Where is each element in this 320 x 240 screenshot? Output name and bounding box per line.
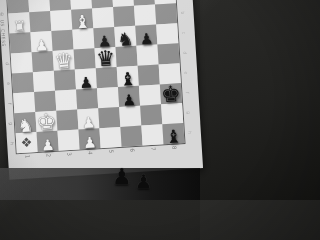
square-f7[interactable] bbox=[139, 84, 161, 105]
square-b6[interactable] bbox=[113, 6, 135, 27]
square-e2[interactable] bbox=[33, 71, 55, 92]
square-c5[interactable]: ♟ bbox=[93, 27, 115, 48]
white-queen-d3[interactable]: ♛ bbox=[54, 51, 74, 73]
rank-label-3: 3 bbox=[66, 143, 73, 164]
square-f8[interactable]: ♚ bbox=[160, 83, 182, 104]
captured-black-pawn[interactable]: ♟ bbox=[135, 172, 152, 191]
square-c8[interactable] bbox=[156, 23, 178, 44]
square-d8[interactable] bbox=[157, 43, 179, 64]
square-c7[interactable]: ♟ bbox=[135, 25, 157, 46]
compass-rose-logo: ❖ bbox=[20, 136, 32, 150]
table-surface bbox=[0, 168, 200, 200]
square-c3[interactable] bbox=[51, 30, 73, 51]
square-b8[interactable] bbox=[155, 3, 177, 24]
white-bishop-b4[interactable]: ♝ bbox=[74, 13, 91, 32]
square-g2[interactable]: ♚ bbox=[35, 111, 57, 132]
rank-label-7: 7 bbox=[150, 138, 157, 159]
square-c2[interactable]: ♟ bbox=[30, 31, 52, 52]
square-d4[interactable] bbox=[74, 48, 96, 69]
black-pawn-f6[interactable]: ♟ bbox=[122, 93, 136, 109]
square-d5[interactable]: ♛ bbox=[95, 47, 117, 68]
square-b5[interactable] bbox=[92, 7, 114, 28]
square-b2[interactable] bbox=[29, 11, 51, 32]
chess-board: ♜♝♟♟♞♟♛♛♟♝♟♚♞♚♟❖♟♟♝ bbox=[7, 0, 184, 153]
square-h8[interactable]: ♝ bbox=[162, 123, 184, 144]
square-g7[interactable] bbox=[140, 104, 162, 125]
square-b3[interactable] bbox=[50, 10, 72, 31]
white-king-g2[interactable]: ♚ bbox=[36, 111, 57, 134]
square-g4[interactable]: ♟ bbox=[77, 108, 99, 129]
square-e1[interactable] bbox=[12, 72, 34, 93]
black-king-f8[interactable]: ♚ bbox=[160, 83, 181, 106]
square-g5[interactable] bbox=[98, 107, 120, 128]
square-d1[interactable] bbox=[11, 52, 33, 73]
square-f5[interactable] bbox=[97, 87, 119, 108]
square-g1[interactable]: ♞ bbox=[14, 112, 36, 133]
black-bishop-h8[interactable]: ♝ bbox=[165, 127, 182, 146]
square-e7[interactable] bbox=[138, 64, 160, 85]
square-f1[interactable] bbox=[13, 92, 35, 113]
square-c6[interactable]: ♞ bbox=[114, 26, 136, 47]
black-bishop-e6[interactable]: ♝ bbox=[119, 70, 136, 89]
square-f3[interactable] bbox=[55, 90, 77, 111]
rank-label-6: 6 bbox=[129, 140, 136, 161]
captured-black-pawn[interactable]: ♟ bbox=[112, 166, 132, 188]
black-knight-c6[interactable]: ♞ bbox=[117, 30, 134, 49]
square-g3[interactable] bbox=[56, 109, 78, 130]
square-b7[interactable] bbox=[134, 5, 156, 26]
white-pawn-h2[interactable]: ♟ bbox=[41, 138, 55, 154]
chess-board-mat: © US CHESS abcdefgh abcdefgh ♜♝♟♟♞♟♛♛♟♝♟… bbox=[0, 0, 200, 180]
black-queen-d5[interactable]: ♛ bbox=[96, 48, 116, 70]
square-e6[interactable]: ♝ bbox=[117, 66, 139, 87]
rank-label-5: 5 bbox=[108, 141, 115, 162]
white-pawn-g4[interactable]: ♟ bbox=[81, 115, 95, 131]
white-rook-b1[interactable]: ♜ bbox=[12, 19, 26, 35]
white-knight-g1[interactable]: ♞ bbox=[17, 116, 34, 135]
white-pawn-h4[interactable]: ♟ bbox=[83, 135, 97, 151]
black-pawn-e4[interactable]: ♟ bbox=[79, 75, 93, 91]
square-b4[interactable]: ♝ bbox=[71, 8, 93, 29]
square-d3[interactable]: ♛ bbox=[53, 50, 75, 71]
square-b1[interactable]: ♜ bbox=[8, 12, 30, 33]
square-e4[interactable]: ♟ bbox=[75, 68, 97, 89]
white-pawn-c2[interactable]: ♟ bbox=[35, 38, 49, 54]
black-pawn-c7[interactable]: ♟ bbox=[139, 32, 153, 48]
photo-stage: © US CHESS abcdefgh abcdefgh ♜♝♟♟♞♟♛♛♟♝♟… bbox=[0, 0, 200, 200]
